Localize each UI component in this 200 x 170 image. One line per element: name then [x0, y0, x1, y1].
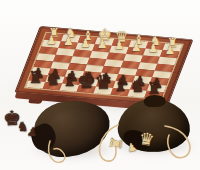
board-foot-left	[28, 99, 43, 104]
folding-chess-board: ♜♞♝♚♛♝♞♜♟♟♟♟♟♟♟♟♟♟♟♟♟♟♟♟♜♞♝♚♛♝♞♜	[14, 26, 193, 106]
spilled-white-queen: ♛	[138, 130, 155, 149]
white-pawn: ♟	[156, 44, 182, 55]
product-photo-scene: ♜♞♝♚♛♝♞♜♟♟♟♟♟♟♟♟♟♟♟♟♟♟♟♟♜♞♝♚♛♝♞♜ ♚ ♞ ♟ ♜…	[0, 0, 200, 170]
spilled-white-rook: ♜	[108, 136, 125, 152]
spilled-brown-pawn: ♟	[26, 125, 39, 139]
